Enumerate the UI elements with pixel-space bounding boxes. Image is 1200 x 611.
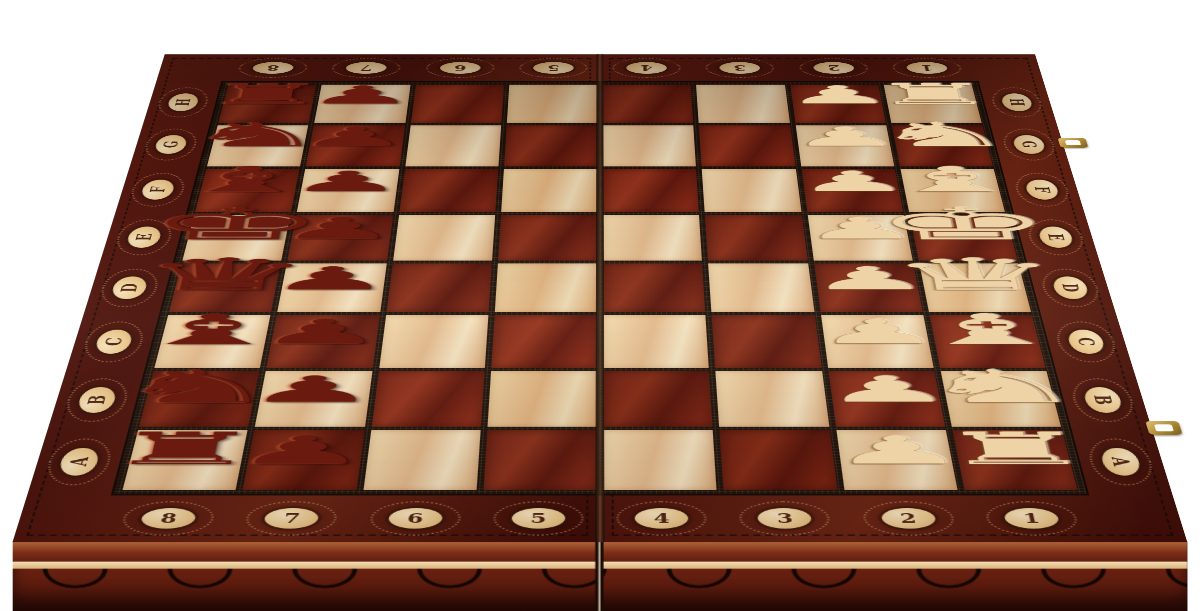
rank-label-1-front: 1 bbox=[1002, 508, 1060, 529]
square-f5[interactable] bbox=[501, 169, 597, 212]
square-h3[interactable] bbox=[696, 85, 789, 123]
piece-black-pawn-h7[interactable]: ♟ bbox=[302, 73, 423, 102]
rank-label-4-back: 4 bbox=[626, 62, 667, 74]
square-a4[interactable] bbox=[603, 430, 716, 490]
square-d3[interactable] bbox=[708, 263, 814, 312]
square-c5[interactable] bbox=[491, 315, 597, 367]
square-d5[interactable] bbox=[495, 263, 597, 312]
piece-white-bishop-f1[interactable]: ♝ bbox=[887, 157, 1017, 189]
rank-label-7-back: 7 bbox=[345, 62, 387, 74]
square-b8[interactable] bbox=[139, 371, 260, 427]
square-b4[interactable] bbox=[603, 371, 713, 427]
square-f4[interactable] bbox=[603, 169, 699, 212]
file-label-d-right: D bbox=[1051, 277, 1090, 300]
square-c4[interactable] bbox=[603, 315, 709, 367]
file-label-b-right: B bbox=[1082, 387, 1124, 413]
rank-label-6-front: 6 bbox=[387, 508, 442, 529]
product-photo-stage: HGFEDCBA88776655 HGFEDCBA44332211 ♜♞♝♛♚♝… bbox=[0, 0, 1200, 611]
square-c3[interactable] bbox=[712, 315, 821, 367]
file-label-c-left: C bbox=[93, 330, 134, 354]
square-a6[interactable] bbox=[363, 430, 480, 490]
square-e4[interactable] bbox=[603, 215, 702, 261]
square-b1[interactable] bbox=[940, 371, 1061, 427]
square-b7[interactable] bbox=[255, 371, 372, 427]
square-d6[interactable] bbox=[386, 263, 492, 312]
piece-black-pawn-g7[interactable]: ♟ bbox=[294, 114, 418, 145]
square-g3[interactable] bbox=[699, 125, 795, 166]
file-label-a-right: A bbox=[1099, 448, 1143, 476]
square-f3[interactable] bbox=[702, 169, 801, 212]
square-a7[interactable] bbox=[243, 430, 364, 490]
square-c7[interactable] bbox=[267, 315, 380, 367]
rank-label-5-front: 5 bbox=[511, 508, 565, 529]
piece-black-pawn-e7[interactable]: ♟ bbox=[275, 203, 407, 238]
rank-label-3-front: 3 bbox=[757, 508, 812, 529]
square-b2[interactable] bbox=[828, 371, 945, 427]
square-c6[interactable] bbox=[379, 315, 488, 367]
square-f6[interactable] bbox=[399, 169, 498, 212]
rank-label-3-back: 3 bbox=[719, 62, 761, 74]
square-h4[interactable] bbox=[603, 85, 694, 123]
square-e3[interactable] bbox=[705, 215, 807, 261]
piece-white-knight-g1[interactable]: ♞ bbox=[879, 114, 1005, 145]
file-label-b-left: B bbox=[76, 387, 118, 413]
rank-label-8-back: 8 bbox=[252, 62, 295, 74]
square-b5[interactable] bbox=[487, 371, 597, 427]
file-label-d-left: D bbox=[110, 277, 149, 300]
square-e5[interactable] bbox=[498, 215, 597, 261]
rank-label-5-back: 5 bbox=[533, 62, 574, 74]
file-label-a-left: A bbox=[57, 448, 101, 476]
square-b3[interactable] bbox=[716, 371, 829, 427]
rank-label-2-back: 2 bbox=[812, 62, 854, 74]
piece-black-pawn-f7[interactable]: ♟ bbox=[284, 157, 412, 189]
brass-clasp-top bbox=[1058, 138, 1089, 148]
rank-label-6-back: 6 bbox=[439, 62, 481, 74]
square-g4[interactable] bbox=[603, 125, 696, 166]
file-label-h-right: H bbox=[1000, 93, 1034, 111]
square-c8[interactable] bbox=[154, 315, 270, 367]
file-label-g-left: G bbox=[153, 135, 188, 154]
square-g6[interactable] bbox=[405, 125, 501, 166]
board-front-face bbox=[13, 542, 1188, 611]
square-a8[interactable] bbox=[123, 430, 248, 490]
rank-label-2-front: 2 bbox=[880, 508, 937, 529]
square-h5[interactable] bbox=[507, 85, 598, 123]
rank-label-4-front: 4 bbox=[635, 508, 689, 529]
square-d4[interactable] bbox=[603, 263, 705, 312]
piece-white-king-e1[interactable]: ♚ bbox=[895, 203, 1030, 238]
rank-label-7-front: 7 bbox=[263, 508, 320, 529]
square-c1[interactable] bbox=[929, 315, 1045, 367]
chess-board: HGFEDCBA88776655 HGFEDCBA44332211 ♜♞♝♛♚♝… bbox=[12, 54, 1187, 542]
square-b6[interactable] bbox=[371, 371, 484, 427]
square-c2[interactable] bbox=[821, 315, 934, 367]
square-h6[interactable] bbox=[410, 85, 503, 123]
file-label-g-right: G bbox=[1012, 135, 1047, 154]
square-a2[interactable] bbox=[836, 430, 957, 490]
square-g5[interactable] bbox=[504, 125, 597, 166]
square-e6[interactable] bbox=[393, 215, 495, 261]
front-face-seam bbox=[595, 542, 603, 611]
file-label-c-right: C bbox=[1066, 330, 1107, 354]
square-a1[interactable] bbox=[952, 430, 1077, 490]
file-label-f-left: F bbox=[140, 179, 176, 199]
rank-label-8-front: 8 bbox=[139, 508, 197, 529]
piece-white-rook-h1[interactable]: ♜ bbox=[871, 73, 994, 102]
brass-clasp-bottom bbox=[1145, 421, 1183, 435]
file-label-h-left: H bbox=[166, 93, 200, 111]
file-label-f-right: F bbox=[1024, 179, 1060, 199]
square-a5[interactable] bbox=[483, 430, 596, 490]
square-a3[interactable] bbox=[720, 430, 837, 490]
rank-label-1-back: 1 bbox=[905, 62, 948, 74]
